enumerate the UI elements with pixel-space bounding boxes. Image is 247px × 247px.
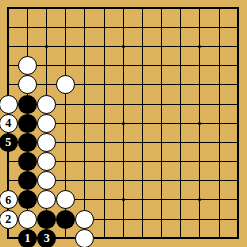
intersection-N10	[229, 56, 247, 75]
intersection-C13	[37, 0, 56, 18]
move-number-label: 2	[5, 213, 11, 225]
intersection-N6	[229, 133, 247, 152]
white-stone	[18, 56, 37, 75]
white-stone	[56, 190, 75, 209]
black-stone	[18, 95, 37, 114]
intersection-M9	[209, 75, 228, 94]
intersection-D8	[56, 95, 75, 114]
intersection-A13	[0, 0, 18, 18]
intersection-L11	[190, 37, 209, 56]
black-stone	[18, 171, 37, 190]
move-number-label: 1	[24, 232, 30, 244]
intersection-F5	[95, 152, 114, 171]
intersection-K12	[171, 18, 190, 37]
move-number-label: 6	[5, 194, 11, 206]
intersection-N9	[229, 75, 247, 94]
white-stone	[0, 95, 18, 114]
intersection-D7	[56, 114, 75, 133]
move-number-label: 3	[44, 232, 50, 244]
intersection-N3	[229, 190, 247, 209]
intersection-H11	[133, 37, 152, 56]
intersection-H9	[133, 75, 152, 94]
black-stone: 1	[18, 229, 37, 247]
black-stone: 5	[0, 133, 18, 152]
intersection-E1	[75, 229, 94, 247]
intersection-J13	[152, 0, 171, 18]
intersection-C12	[37, 18, 56, 37]
intersection-F2	[95, 209, 114, 228]
intersection-E5	[75, 152, 94, 171]
intersection-H3	[133, 190, 152, 209]
intersection-E2	[75, 209, 94, 228]
intersection-H13	[133, 0, 152, 18]
intersection-F8	[95, 95, 114, 114]
black-stone: 3	[37, 229, 56, 247]
white-stone	[37, 152, 56, 171]
intersection-D3	[56, 190, 75, 209]
white-stone: 6	[0, 190, 18, 209]
intersection-J7	[152, 114, 171, 133]
white-stone	[75, 229, 94, 247]
intersection-M10	[209, 56, 228, 75]
intersection-F3	[95, 190, 114, 209]
intersection-G5	[114, 152, 133, 171]
black-stone	[37, 210, 56, 229]
intersection-K9	[171, 75, 190, 94]
intersection-J6	[152, 133, 171, 152]
intersection-B10	[18, 56, 37, 75]
white-stone	[18, 210, 37, 229]
intersection-N1	[229, 229, 247, 247]
intersection-E4	[75, 171, 94, 190]
intersection-F7	[95, 114, 114, 133]
intersection-A4	[0, 171, 18, 190]
intersection-C5	[37, 152, 56, 171]
intersection-N8	[229, 95, 247, 114]
intersection-E8	[75, 95, 94, 114]
intersection-A6: 5	[0, 133, 18, 152]
intersection-M4	[209, 171, 228, 190]
intersection-J12	[152, 18, 171, 37]
intersection-M11	[209, 37, 228, 56]
intersection-H7	[133, 114, 152, 133]
intersection-A2: 2	[0, 209, 18, 228]
intersection-M6	[209, 133, 228, 152]
intersection-E6	[75, 133, 94, 152]
intersection-B13	[18, 0, 37, 18]
intersection-A5	[0, 152, 18, 171]
white-stone	[37, 95, 56, 114]
intersection-N7	[229, 114, 247, 133]
intersection-L12	[190, 18, 209, 37]
white-stone	[56, 75, 75, 94]
move-number-label: 4	[5, 117, 11, 129]
intersection-K10	[171, 56, 190, 75]
intersection-L3	[190, 190, 209, 209]
intersection-M7	[209, 114, 228, 133]
intersection-G8	[114, 95, 133, 114]
intersection-J10	[152, 56, 171, 75]
intersection-L4	[190, 171, 209, 190]
intersection-K7	[171, 114, 190, 133]
intersection-J11	[152, 37, 171, 56]
intersection-F11	[95, 37, 114, 56]
intersection-L9	[190, 75, 209, 94]
intersection-H4	[133, 171, 152, 190]
intersection-M8	[209, 95, 228, 114]
intersection-C10	[37, 56, 56, 75]
intersection-G1	[114, 229, 133, 247]
black-stone	[18, 114, 37, 133]
intersection-J3	[152, 190, 171, 209]
intersection-J8	[152, 95, 171, 114]
intersection-B1: 1	[18, 229, 37, 247]
intersection-L5	[190, 152, 209, 171]
intersection-J9	[152, 75, 171, 94]
go-board: 456213	[0, 0, 247, 247]
intersection-L2	[190, 209, 209, 228]
intersection-K5	[171, 152, 190, 171]
intersection-C4	[37, 171, 56, 190]
intersection-F13	[95, 0, 114, 18]
intersection-N5	[229, 152, 247, 171]
white-stone	[37, 133, 56, 152]
intersection-J4	[152, 171, 171, 190]
intersection-E12	[75, 18, 94, 37]
white-stone: 4	[0, 114, 18, 133]
intersection-G6	[114, 133, 133, 152]
intersection-F12	[95, 18, 114, 37]
intersection-A7: 4	[0, 114, 18, 133]
black-stone	[18, 190, 37, 209]
intersection-E13	[75, 0, 94, 18]
white-stone: 2	[0, 210, 18, 229]
intersection-D13	[56, 0, 75, 18]
intersection-A10	[0, 56, 18, 75]
intersection-K11	[171, 37, 190, 56]
intersection-J1	[152, 229, 171, 247]
intersection-F1	[95, 229, 114, 247]
intersection-C7	[37, 114, 56, 133]
intersection-E10	[75, 56, 94, 75]
intersection-G11	[114, 37, 133, 56]
intersection-G9	[114, 75, 133, 94]
intersection-E9	[75, 75, 94, 94]
intersection-L1	[190, 229, 209, 247]
black-stone	[18, 133, 37, 152]
black-stone	[56, 210, 75, 229]
intersection-A8	[0, 95, 18, 114]
intersection-G10	[114, 56, 133, 75]
intersection-M3	[209, 190, 228, 209]
white-stone	[37, 114, 56, 133]
intersection-B6	[18, 133, 37, 152]
white-stone	[18, 75, 37, 94]
intersection-D10	[56, 56, 75, 75]
intersection-E11	[75, 37, 94, 56]
intersection-G2	[114, 209, 133, 228]
intersection-K6	[171, 133, 190, 152]
intersection-B7	[18, 114, 37, 133]
intersection-F4	[95, 171, 114, 190]
intersection-B5	[18, 152, 37, 171]
intersection-N11	[229, 37, 247, 56]
intersection-C11	[37, 37, 56, 56]
intersection-D12	[56, 18, 75, 37]
intersection-J2	[152, 209, 171, 228]
intersection-C1: 3	[37, 229, 56, 247]
intersection-G4	[114, 171, 133, 190]
intersection-A12	[0, 18, 18, 37]
intersection-D4	[56, 171, 75, 190]
intersection-L13	[190, 0, 209, 18]
black-stone	[18, 152, 37, 171]
intersection-F9	[95, 75, 114, 94]
intersection-K8	[171, 95, 190, 114]
intersection-H1	[133, 229, 152, 247]
intersection-J5	[152, 152, 171, 171]
intersection-B12	[18, 18, 37, 37]
intersection-D5	[56, 152, 75, 171]
intersection-G13	[114, 0, 133, 18]
white-stone	[37, 171, 56, 190]
intersection-C9	[37, 75, 56, 94]
intersection-K13	[171, 0, 190, 18]
intersection-A1	[0, 229, 18, 247]
white-stone	[75, 210, 94, 229]
intersection-G12	[114, 18, 133, 37]
intersection-B8	[18, 95, 37, 114]
intersection-A11	[0, 37, 18, 56]
intersection-B11	[18, 37, 37, 56]
intersection-C2	[37, 209, 56, 228]
intersection-K1	[171, 229, 190, 247]
intersection-N4	[229, 171, 247, 190]
intersection-M5	[209, 152, 228, 171]
intersection-M2	[209, 209, 228, 228]
intersection-M1	[209, 229, 228, 247]
intersection-E3	[75, 190, 94, 209]
intersection-D1	[56, 229, 75, 247]
intersection-G7	[114, 114, 133, 133]
intersection-L6	[190, 133, 209, 152]
intersection-N2	[229, 209, 247, 228]
intersection-B4	[18, 171, 37, 190]
intersection-D11	[56, 37, 75, 56]
intersection-N13	[229, 0, 247, 18]
intersection-K4	[171, 171, 190, 190]
intersection-H5	[133, 152, 152, 171]
move-number-label: 5	[5, 136, 11, 148]
intersection-H2	[133, 209, 152, 228]
intersection-L10	[190, 56, 209, 75]
intersection-D6	[56, 133, 75, 152]
intersection-A3: 6	[0, 190, 18, 209]
intersection-E7	[75, 114, 94, 133]
intersection-L8	[190, 95, 209, 114]
intersection-G3	[114, 190, 133, 209]
intersection-N12	[229, 18, 247, 37]
intersection-M13	[209, 0, 228, 18]
intersection-C8	[37, 95, 56, 114]
intersection-H8	[133, 95, 152, 114]
intersection-B3	[18, 190, 37, 209]
intersection-L7	[190, 114, 209, 133]
intersection-B2	[18, 209, 37, 228]
intersection-B9	[18, 75, 37, 94]
intersection-K2	[171, 209, 190, 228]
intersection-H6	[133, 133, 152, 152]
intersection-F10	[95, 56, 114, 75]
intersection-C6	[37, 133, 56, 152]
intersections-layer: 456213	[0, 0, 247, 247]
intersection-D2	[56, 209, 75, 228]
intersection-F6	[95, 133, 114, 152]
intersection-K3	[171, 190, 190, 209]
intersection-C3	[37, 190, 56, 209]
intersection-D9	[56, 75, 75, 94]
intersection-H10	[133, 56, 152, 75]
intersection-M12	[209, 18, 228, 37]
intersection-A9	[0, 75, 18, 94]
white-stone	[37, 190, 56, 209]
intersection-H12	[133, 18, 152, 37]
